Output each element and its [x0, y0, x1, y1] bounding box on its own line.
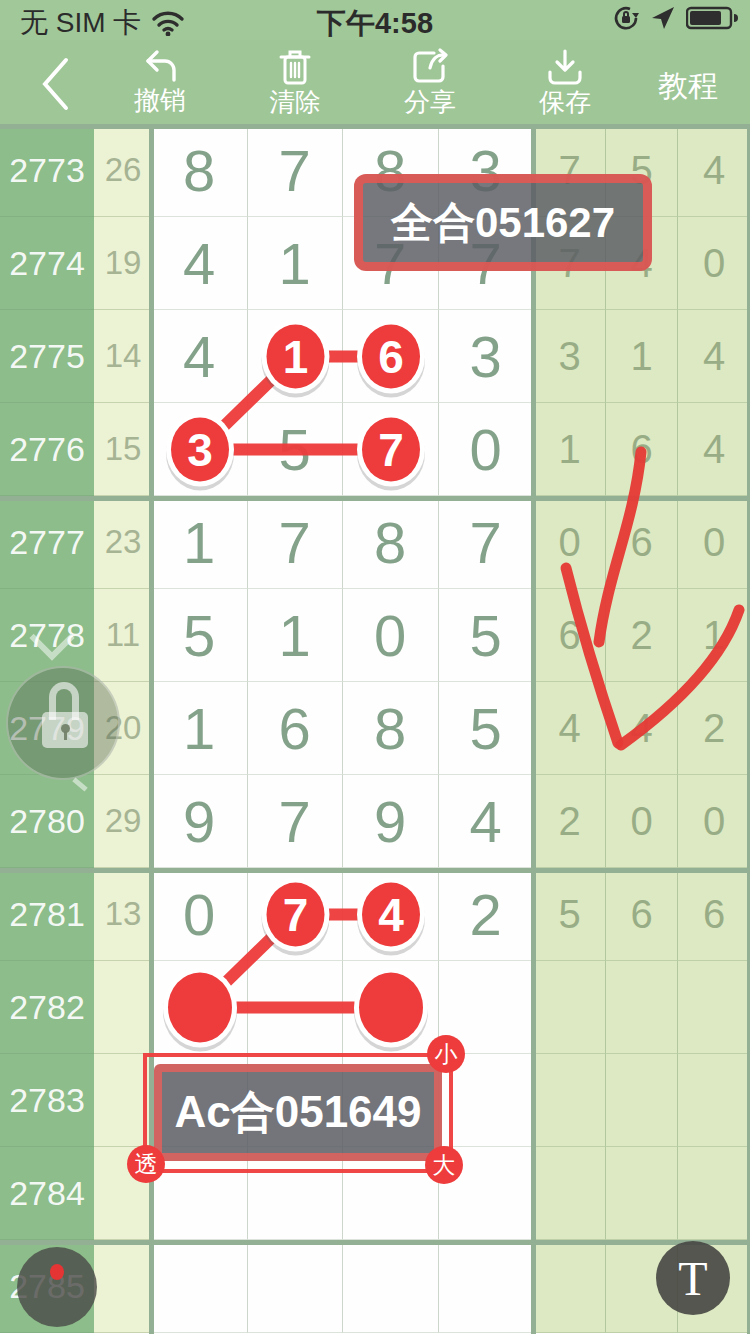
- sum-cell[interactable]: 11: [94, 589, 152, 682]
- digit-cell[interactable]: 1: [152, 682, 248, 775]
- tail-cell[interactable]: 6: [534, 589, 606, 682]
- digit-cell[interactable]: 6: [343, 310, 439, 403]
- tail-cell[interactable]: 1: [534, 403, 606, 496]
- digit-cell[interactable]: [248, 961, 344, 1054]
- lock-button[interactable]: [6, 666, 120, 780]
- tail-cell[interactable]: 0: [678, 217, 750, 310]
- text-tool-button[interactable]: T: [656, 1241, 730, 1315]
- share-button[interactable]: 分享: [375, 48, 485, 116]
- tail-cell[interactable]: [534, 1240, 606, 1333]
- digit-cell[interactable]: [439, 1240, 535, 1333]
- sum-cell[interactable]: 23: [94, 496, 152, 589]
- pen-tool-button[interactable]: [17, 1247, 97, 1327]
- period-cell[interactable]: 2775: [0, 310, 94, 403]
- tail-cell[interactable]: 6: [606, 496, 678, 589]
- sum-cell[interactable]: 29: [94, 775, 152, 868]
- tail-cell[interactable]: [534, 961, 606, 1054]
- tail-cell[interactable]: 4: [678, 403, 750, 496]
- digit-cell[interactable]: [152, 1240, 248, 1333]
- app-screen: 无 SIM 卡 下午4:58: [0, 0, 750, 1334]
- group-separator: [0, 496, 750, 501]
- digit-cell[interactable]: 7: [248, 775, 344, 868]
- period-cell[interactable]: 2783: [0, 1054, 94, 1147]
- group-separator: [0, 124, 750, 129]
- digit-cell[interactable]: [343, 961, 439, 1054]
- tail-cell[interactable]: [606, 1054, 678, 1147]
- tail-cell[interactable]: [678, 1054, 750, 1147]
- digit-cell[interactable]: 5: [152, 589, 248, 682]
- digit-cell[interactable]: 0: [439, 403, 535, 496]
- battery-icon: [686, 6, 738, 30]
- clear-label: 清除: [269, 88, 321, 116]
- digit-cell[interactable]: 0: [343, 589, 439, 682]
- tail-cell[interactable]: 4: [678, 310, 750, 403]
- digit-cell[interactable]: 3: [439, 310, 535, 403]
- sum-cell[interactable]: 13: [94, 868, 152, 961]
- digit-cell[interactable]: 6: [248, 682, 344, 775]
- digit-cell[interactable]: 4: [439, 775, 535, 868]
- share-icon: [410, 48, 450, 86]
- tail-cell[interactable]: 0: [678, 775, 750, 868]
- digit-cell[interactable]: 8: [343, 682, 439, 775]
- digit-cell[interactable]: [152, 961, 248, 1054]
- digit-cell[interactable]: [343, 1240, 439, 1333]
- digit-cell[interactable]: 5: [248, 403, 344, 496]
- pen-color-dot: [50, 1264, 64, 1280]
- digit-cell[interactable]: 7: [248, 868, 344, 961]
- tail-cell[interactable]: [606, 961, 678, 1054]
- undo-icon: [141, 48, 179, 84]
- handle-big[interactable]: 大: [425, 1146, 463, 1184]
- sum-cell[interactable]: 19: [94, 217, 152, 310]
- tail-cell[interactable]: [534, 1054, 606, 1147]
- tail-cell[interactable]: 6: [606, 403, 678, 496]
- tail-cell[interactable]: 6: [678, 868, 750, 961]
- annotation-label-top[interactable]: 全合051627: [354, 174, 652, 271]
- digit-cell[interactable]: 3: [152, 403, 248, 496]
- digit-cell[interactable]: 5: [439, 682, 535, 775]
- tail-cell[interactable]: 4: [678, 124, 750, 217]
- tail-cell[interactable]: 5: [534, 868, 606, 961]
- tail-cell[interactable]: 0: [606, 775, 678, 868]
- handle-through[interactable]: 透: [127, 1145, 165, 1183]
- group-separator: [0, 1240, 750, 1245]
- tail-cell[interactable]: [534, 1147, 606, 1240]
- period-cell[interactable]: 2773: [0, 124, 94, 217]
- period-cell[interactable]: 2774: [0, 217, 94, 310]
- tail-cell[interactable]: 0: [678, 496, 750, 589]
- sum-cell[interactable]: 15: [94, 403, 152, 496]
- save-icon: [545, 48, 585, 86]
- sum-cell[interactable]: 14: [94, 310, 152, 403]
- digit-cell[interactable]: 8: [343, 496, 439, 589]
- period-cell[interactable]: 2780: [0, 775, 94, 868]
- digit-cell[interactable]: 0: [152, 868, 248, 961]
- digit-cell[interactable]: 9: [152, 775, 248, 868]
- digit-cell[interactable]: [248, 1240, 344, 1333]
- sum-cell[interactable]: [94, 1240, 152, 1333]
- annotation-label-bottom[interactable]: Ac合051649: [154, 1064, 442, 1161]
- digit-cell[interactable]: 1: [248, 589, 344, 682]
- handle-small[interactable]: 小: [427, 1035, 465, 1073]
- tail-cell[interactable]: 2: [534, 775, 606, 868]
- digit-cell[interactable]: 5: [439, 589, 535, 682]
- digit-cell[interactable]: 7: [343, 403, 439, 496]
- trash-icon: [277, 48, 313, 86]
- digit-cell[interactable]: 4: [343, 868, 439, 961]
- group-separator: [0, 868, 750, 873]
- tail-cell[interactable]: [678, 961, 750, 1054]
- digit-cell[interactable]: 1: [152, 496, 248, 589]
- digit-cell[interactable]: 7: [248, 496, 344, 589]
- undo-button[interactable]: 撤销: [105, 48, 215, 114]
- tail-cell[interactable]: 1: [678, 589, 750, 682]
- digit-cell[interactable]: 1: [248, 217, 344, 310]
- tail-cell[interactable]: 4: [606, 682, 678, 775]
- period-cell[interactable]: 2784: [0, 1147, 94, 1240]
- rotation-lock-icon: [612, 4, 640, 32]
- digit-cell[interactable]: 7: [248, 124, 344, 217]
- digit-cell[interactable]: 8: [152, 124, 248, 217]
- digit-cell[interactable]: 9: [343, 775, 439, 868]
- tail-cell[interactable]: [678, 1147, 750, 1240]
- tail-cell[interactable]: 6: [606, 868, 678, 961]
- digit-cell[interactable]: 2: [439, 868, 535, 961]
- digit-cell[interactable]: 4: [152, 217, 248, 310]
- tail-cell[interactable]: 0: [534, 496, 606, 589]
- back-button[interactable]: [38, 56, 72, 112]
- toolbar: 撤销 清除 分享 保存 教程: [0, 40, 750, 124]
- location-arrow-icon: [650, 5, 676, 31]
- share-label: 分享: [404, 88, 456, 116]
- status-bar: 无 SIM 卡 下午4:58: [0, 0, 750, 40]
- tail-cell[interactable]: 2: [678, 682, 750, 775]
- tail-cell[interactable]: 3: [534, 310, 606, 403]
- column-separator: [531, 124, 536, 1334]
- tutorial-button[interactable]: 教程: [658, 66, 718, 107]
- save-label: 保存: [539, 88, 591, 116]
- sum-cell[interactable]: 26: [94, 124, 152, 217]
- save-button[interactable]: 保存: [510, 48, 620, 116]
- tail-cell[interactable]: 4: [534, 682, 606, 775]
- period-cell[interactable]: 2781: [0, 868, 94, 961]
- tail-cell[interactable]: 1: [606, 310, 678, 403]
- period-cell[interactable]: 2782: [0, 961, 94, 1054]
- sum-cell[interactable]: [94, 961, 152, 1054]
- tail-cell[interactable]: 2: [606, 589, 678, 682]
- undo-label: 撤销: [134, 86, 186, 114]
- digit-cell[interactable]: 4: [152, 310, 248, 403]
- period-cell[interactable]: 2777: [0, 496, 94, 589]
- clear-button[interactable]: 清除: [240, 48, 350, 116]
- digit-cell[interactable]: 7: [439, 496, 535, 589]
- tail-cell[interactable]: [606, 1147, 678, 1240]
- digit-cell[interactable]: 1: [248, 310, 344, 403]
- period-cell[interactable]: 2776: [0, 403, 94, 496]
